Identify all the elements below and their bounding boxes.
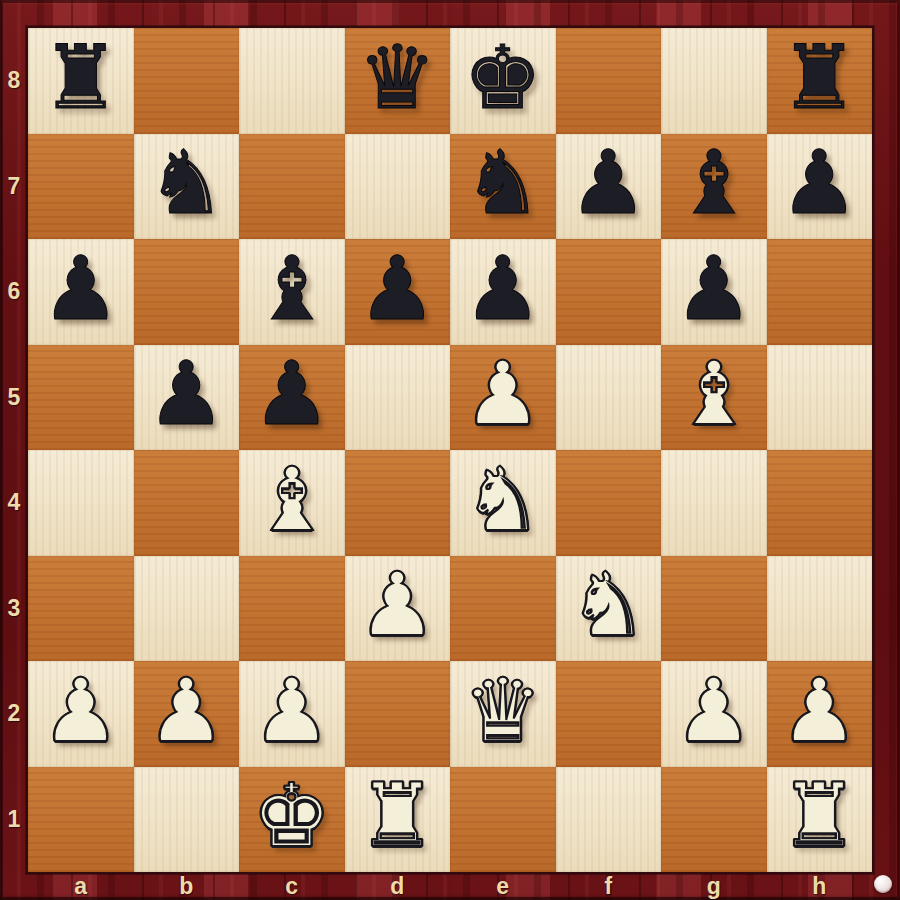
square-e8[interactable]: ♚ — [450, 28, 556, 134]
file-label-e: e — [450, 872, 556, 900]
square-f6[interactable] — [556, 239, 662, 345]
file-label-h: h — [767, 872, 873, 900]
file-label-b: b — [134, 872, 240, 900]
square-a8[interactable]: ♜ — [28, 28, 134, 134]
square-b4[interactable] — [134, 450, 240, 556]
black-bishop[interactable]: ♝ — [252, 245, 331, 333]
square-e6[interactable]: ♟ — [450, 239, 556, 345]
black-pawn[interactable]: ♟ — [569, 139, 648, 227]
square-g4[interactable] — [661, 450, 767, 556]
square-a1[interactable] — [28, 767, 134, 873]
square-g1[interactable] — [661, 767, 767, 873]
square-e1[interactable] — [450, 767, 556, 873]
square-c3[interactable] — [239, 556, 345, 662]
square-a3[interactable] — [28, 556, 134, 662]
black-pawn[interactable]: ♟ — [674, 245, 753, 333]
square-b5[interactable]: ♟ — [134, 345, 240, 451]
square-e7[interactable]: ♞ — [450, 134, 556, 240]
square-h3[interactable] — [767, 556, 873, 662]
black-rook[interactable]: ♜ — [780, 34, 859, 122]
square-f3[interactable]: ♞ — [556, 556, 662, 662]
white-pawn[interactable]: ♟ — [358, 561, 437, 649]
chess-board: ♜♛♚♜♞♞♟♝♟♟♝♟♟♟♟♟♟♝♝♞♟♞♟♟♟♛♟♟♚♜♜ — [28, 28, 872, 872]
square-c1[interactable]: ♚ — [239, 767, 345, 873]
square-g6[interactable]: ♟ — [661, 239, 767, 345]
square-c5[interactable]: ♟ — [239, 345, 345, 451]
black-queen[interactable]: ♛ — [358, 34, 437, 122]
white-bishop[interactable]: ♝ — [252, 456, 331, 544]
white-rook[interactable]: ♜ — [358, 772, 437, 860]
square-g5[interactable]: ♝ — [661, 345, 767, 451]
square-a2[interactable]: ♟ — [28, 661, 134, 767]
square-b6[interactable] — [134, 239, 240, 345]
square-g7[interactable]: ♝ — [661, 134, 767, 240]
square-d1[interactable]: ♜ — [345, 767, 451, 873]
square-d4[interactable] — [345, 450, 451, 556]
square-e3[interactable] — [450, 556, 556, 662]
square-d7[interactable] — [345, 134, 451, 240]
square-e4[interactable]: ♞ — [450, 450, 556, 556]
black-rook[interactable]: ♜ — [41, 34, 120, 122]
square-d6[interactable]: ♟ — [345, 239, 451, 345]
square-h1[interactable]: ♜ — [767, 767, 873, 873]
rank-labels: 87654321 — [0, 28, 28, 872]
black-pawn[interactable]: ♟ — [358, 245, 437, 333]
square-d2[interactable] — [345, 661, 451, 767]
square-b8[interactable] — [134, 28, 240, 134]
black-king[interactable]: ♚ — [463, 34, 542, 122]
square-f2[interactable] — [556, 661, 662, 767]
square-h7[interactable]: ♟ — [767, 134, 873, 240]
black-pawn[interactable]: ♟ — [463, 245, 542, 333]
square-f1[interactable] — [556, 767, 662, 873]
rank-label-2: 2 — [0, 661, 28, 767]
file-label-a: a — [28, 872, 134, 900]
square-f5[interactable] — [556, 345, 662, 451]
side-to-move-indicator — [874, 875, 892, 893]
square-b7[interactable]: ♞ — [134, 134, 240, 240]
black-knight[interactable]: ♞ — [147, 139, 226, 227]
file-labels: abcdefgh — [28, 872, 872, 900]
square-g2[interactable]: ♟ — [661, 661, 767, 767]
black-pawn[interactable]: ♟ — [147, 350, 226, 438]
square-f8[interactable] — [556, 28, 662, 134]
square-a6[interactable]: ♟ — [28, 239, 134, 345]
square-f7[interactable]: ♟ — [556, 134, 662, 240]
square-b1[interactable] — [134, 767, 240, 873]
white-pawn[interactable]: ♟ — [252, 667, 331, 755]
white-bishop[interactable]: ♝ — [674, 350, 753, 438]
white-pawn[interactable]: ♟ — [463, 350, 542, 438]
white-knight[interactable]: ♞ — [569, 561, 648, 649]
square-c7[interactable] — [239, 134, 345, 240]
square-d8[interactable]: ♛ — [345, 28, 451, 134]
square-d5[interactable] — [345, 345, 451, 451]
rank-label-5: 5 — [0, 345, 28, 451]
black-knight[interactable]: ♞ — [463, 139, 542, 227]
file-label-d: d — [345, 872, 451, 900]
board-frame: 87654321 abcdefgh ♜♛♚♜♞♞♟♝♟♟♝♟♟♟♟♟♟♝♝♞♟♞… — [0, 0, 900, 900]
rank-label-6: 6 — [0, 239, 28, 345]
square-h8[interactable]: ♜ — [767, 28, 873, 134]
white-pawn[interactable]: ♟ — [674, 667, 753, 755]
rank-label-1: 1 — [0, 767, 28, 873]
square-c6[interactable]: ♝ — [239, 239, 345, 345]
square-a7[interactable] — [28, 134, 134, 240]
square-b2[interactable]: ♟ — [134, 661, 240, 767]
square-b3[interactable] — [134, 556, 240, 662]
square-g3[interactable] — [661, 556, 767, 662]
square-g8[interactable] — [661, 28, 767, 134]
white-pawn[interactable]: ♟ — [41, 667, 120, 755]
square-h2[interactable]: ♟ — [767, 661, 873, 767]
square-h6[interactable] — [767, 239, 873, 345]
white-king[interactable]: ♚ — [252, 772, 331, 860]
square-f4[interactable] — [556, 450, 662, 556]
square-d3[interactable]: ♟ — [345, 556, 451, 662]
square-h5[interactable] — [767, 345, 873, 451]
rank-label-8: 8 — [0, 28, 28, 134]
white-queen[interactable]: ♛ — [463, 667, 542, 755]
black-pawn[interactable]: ♟ — [41, 245, 120, 333]
square-e2[interactable]: ♛ — [450, 661, 556, 767]
rank-label-3: 3 — [0, 556, 28, 662]
square-a4[interactable] — [28, 450, 134, 556]
rank-label-7: 7 — [0, 134, 28, 240]
white-pawn[interactable]: ♟ — [147, 667, 226, 755]
black-pawn[interactable]: ♟ — [252, 350, 331, 438]
black-bishop[interactable]: ♝ — [674, 139, 753, 227]
file-label-g: g — [661, 872, 767, 900]
white-pawn[interactable]: ♟ — [780, 667, 859, 755]
square-c2[interactable]: ♟ — [239, 661, 345, 767]
file-label-f: f — [556, 872, 662, 900]
file-label-c: c — [239, 872, 345, 900]
square-a5[interactable] — [28, 345, 134, 451]
white-rook[interactable]: ♜ — [780, 772, 859, 860]
black-pawn[interactable]: ♟ — [780, 139, 859, 227]
square-c8[interactable] — [239, 28, 345, 134]
square-e5[interactable]: ♟ — [450, 345, 556, 451]
square-c4[interactable]: ♝ — [239, 450, 345, 556]
rank-label-4: 4 — [0, 450, 28, 556]
square-h4[interactable] — [767, 450, 873, 556]
white-knight[interactable]: ♞ — [463, 456, 542, 544]
